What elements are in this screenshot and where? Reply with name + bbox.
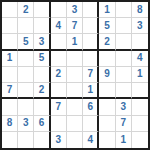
cell-r1c5[interactable]: 3 <box>67 2 83 18</box>
cell-r9c6[interactable]: 4 <box>83 132 99 148</box>
cell-r6c8[interactable] <box>116 83 132 99</box>
cell-r4c7[interactable] <box>99 51 115 67</box>
cell-r8c2[interactable]: 3 <box>18 116 34 132</box>
cell-r7c6[interactable]: 6 <box>83 99 99 115</box>
cell-r3c3[interactable]: 3 <box>34 34 50 50</box>
cell-r3c4[interactable] <box>51 34 67 50</box>
cell-r6c7[interactable] <box>99 83 115 99</box>
cell-r5c6[interactable]: 7 <box>83 67 99 83</box>
cell-r4c9[interactable]: 4 <box>132 51 148 67</box>
cell-r1c8[interactable] <box>116 2 132 18</box>
cell-r2c9[interactable]: 3 <box>132 18 148 34</box>
cell-r4c1[interactable]: 1 <box>2 51 18 67</box>
cell-r9c9[interactable] <box>132 132 148 148</box>
cell-r4c8[interactable] <box>116 51 132 67</box>
cell-r3c7[interactable]: 2 <box>99 34 115 50</box>
cell-r6c6[interactable]: 1 <box>83 83 99 99</box>
cell-r1c1[interactable] <box>2 2 18 18</box>
cell-r2c4[interactable]: 4 <box>51 18 67 34</box>
cell-r5c7[interactable]: 9 <box>99 67 115 83</box>
cell-r1c4[interactable] <box>51 2 67 18</box>
cell-r8c5[interactable] <box>67 116 83 132</box>
cell-r2c1[interactable] <box>2 18 18 34</box>
cell-r1c7[interactable]: 1 <box>99 2 115 18</box>
cell-r9c2[interactable] <box>18 132 34 148</box>
cell-r7c5[interactable] <box>67 99 83 115</box>
cell-r2c5[interactable]: 7 <box>67 18 83 34</box>
cell-r3c1[interactable] <box>2 34 18 50</box>
cell-r4c5[interactable] <box>67 51 83 67</box>
cell-r5c9[interactable]: 1 <box>132 67 148 83</box>
cell-r9c1[interactable] <box>2 132 18 148</box>
cell-r6c3[interactable]: 2 <box>34 83 50 99</box>
cell-r1c3[interactable] <box>34 2 50 18</box>
cell-r2c8[interactable] <box>116 18 132 34</box>
cell-r6c1[interactable]: 7 <box>2 83 18 99</box>
cell-r3c9[interactable] <box>132 34 148 50</box>
cell-r3c6[interactable] <box>83 34 99 50</box>
cell-r8c8[interactable]: 7 <box>116 116 132 132</box>
cell-r9c8[interactable]: 1 <box>116 132 132 148</box>
cell-r1c6[interactable] <box>83 2 99 18</box>
cell-r3c8[interactable] <box>116 34 132 50</box>
cell-r9c7[interactable] <box>99 132 115 148</box>
cell-r9c3[interactable] <box>34 132 50 148</box>
cell-r2c7[interactable]: 5 <box>99 18 115 34</box>
cell-r1c9[interactable]: 8 <box>132 2 148 18</box>
cell-r7c7[interactable] <box>99 99 115 115</box>
cell-r8c9[interactable] <box>132 116 148 132</box>
cell-r2c6[interactable] <box>83 18 99 34</box>
cell-r2c3[interactable] <box>34 18 50 34</box>
cell-r4c6[interactable] <box>83 51 99 67</box>
cell-r5c5[interactable] <box>67 67 83 83</box>
sudoku-board: 23184753531215427917217638367341 <box>0 0 150 150</box>
cell-r3c2[interactable]: 5 <box>18 34 34 50</box>
cell-r3c5[interactable]: 1 <box>67 34 83 50</box>
cell-r4c4[interactable] <box>51 51 67 67</box>
cell-r7c1[interactable] <box>2 99 18 115</box>
cell-r5c4[interactable]: 2 <box>51 67 67 83</box>
cell-r1c2[interactable]: 2 <box>18 2 34 18</box>
cell-r4c3[interactable]: 5 <box>34 51 50 67</box>
cell-r6c9[interactable] <box>132 83 148 99</box>
cell-r7c9[interactable] <box>132 99 148 115</box>
cell-r5c2[interactable] <box>18 67 34 83</box>
cell-r6c5[interactable] <box>67 83 83 99</box>
cell-r5c3[interactable] <box>34 67 50 83</box>
cell-r7c8[interactable]: 3 <box>116 99 132 115</box>
cell-r9c4[interactable]: 3 <box>51 132 67 148</box>
cell-r5c1[interactable] <box>2 67 18 83</box>
cell-r8c3[interactable]: 6 <box>34 116 50 132</box>
cell-r7c3[interactable] <box>34 99 50 115</box>
cell-r7c2[interactable] <box>18 99 34 115</box>
cell-r5c8[interactable] <box>116 67 132 83</box>
cell-r8c4[interactable] <box>51 116 67 132</box>
cell-r8c6[interactable] <box>83 116 99 132</box>
cell-r8c1[interactable]: 8 <box>2 116 18 132</box>
cell-r4c2[interactable] <box>18 51 34 67</box>
cell-r6c4[interactable] <box>51 83 67 99</box>
cell-r8c7[interactable] <box>99 116 115 132</box>
cell-r7c4[interactable]: 7 <box>51 99 67 115</box>
cell-r6c2[interactable] <box>18 83 34 99</box>
cell-r2c2[interactable] <box>18 18 34 34</box>
cell-r9c5[interactable] <box>67 132 83 148</box>
